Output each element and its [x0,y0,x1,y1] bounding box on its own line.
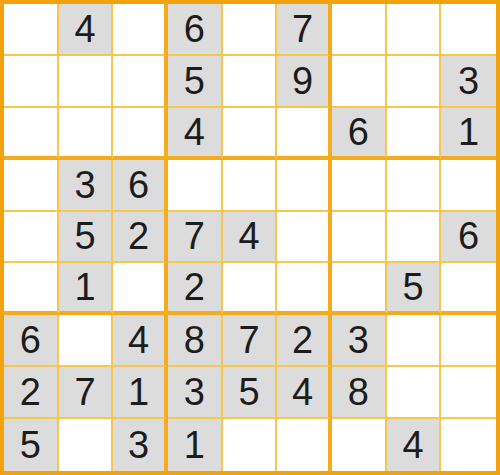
cell-r7c5: 7 [223,315,278,367]
cell-r9c9[interactable] [441,419,496,471]
cell-r1c9[interactable] [441,4,496,56]
cell-r3c9: 1 [441,108,496,160]
cell-r8c7: 8 [332,367,387,419]
cell-r3c8[interactable] [387,108,442,160]
cell-r8c5: 5 [223,367,278,419]
cell-r9c1: 5 [4,419,59,471]
cell-r5c2: 5 [59,212,114,264]
cell-r2c4: 5 [168,56,223,108]
cell-r4c7[interactable] [332,160,387,212]
cell-r6c9[interactable] [441,263,496,315]
cell-r2c1[interactable] [4,56,59,108]
cell-r8c6: 4 [277,367,332,419]
cell-r6c1[interactable] [4,263,59,315]
cell-r8c4: 3 [168,367,223,419]
cell-r4c8[interactable] [387,160,442,212]
cell-r9c3: 3 [113,419,168,471]
cell-r3c4: 4 [168,108,223,160]
cell-r7c6: 2 [277,315,332,367]
cell-r3c6[interactable] [277,108,332,160]
cell-r8c8[interactable] [387,367,442,419]
cell-r2c8[interactable] [387,56,442,108]
cell-r9c2[interactable] [59,419,114,471]
cell-r6c5[interactable] [223,263,278,315]
cell-r4c9[interactable] [441,160,496,212]
cell-r5c7[interactable] [332,212,387,264]
cell-r6c3[interactable] [113,263,168,315]
cell-r7c7: 3 [332,315,387,367]
cell-r1c2: 4 [59,4,114,56]
cell-r5c1[interactable] [4,212,59,264]
cell-r3c2[interactable] [59,108,114,160]
cell-r5c4: 7 [168,212,223,264]
cell-r5c6[interactable] [277,212,332,264]
cell-r4c6[interactable] [277,160,332,212]
cell-r1c4: 6 [168,4,223,56]
cell-r8c1: 2 [4,367,59,419]
cell-r4c5[interactable] [223,160,278,212]
cell-r5c5: 4 [223,212,278,264]
cell-r4c4[interactable] [168,160,223,212]
cell-r9c5[interactable] [223,419,278,471]
cell-r9c6[interactable] [277,419,332,471]
cell-r3c1[interactable] [4,108,59,160]
cell-r5c9: 6 [441,212,496,264]
cell-r4c2: 3 [59,160,114,212]
cell-r9c8: 4 [387,419,442,471]
sudoku-board: 467593461365274612564872327135485314 [0,0,500,475]
cell-r6c8: 5 [387,263,442,315]
cell-r9c7[interactable] [332,419,387,471]
cell-r1c1[interactable] [4,4,59,56]
cell-r3c7: 6 [332,108,387,160]
cell-r6c6[interactable] [277,263,332,315]
cell-r2c3[interactable] [113,56,168,108]
cell-r1c8[interactable] [387,4,442,56]
cell-r7c8[interactable] [387,315,442,367]
cell-r7c4: 8 [168,315,223,367]
cell-r5c8[interactable] [387,212,442,264]
cell-r4c1[interactable] [4,160,59,212]
cell-r4c3: 6 [113,160,168,212]
cell-r7c9[interactable] [441,315,496,367]
cell-r7c1: 6 [4,315,59,367]
cell-r6c2: 1 [59,263,114,315]
cell-r8c2: 7 [59,367,114,419]
cell-r8c9[interactable] [441,367,496,419]
cell-r1c7[interactable] [332,4,387,56]
cell-r3c5[interactable] [223,108,278,160]
cell-r2c6: 9 [277,56,332,108]
cell-r6c7[interactable] [332,263,387,315]
cell-r1c5[interactable] [223,4,278,56]
cell-r2c2[interactable] [59,56,114,108]
cell-r1c6: 7 [277,4,332,56]
cell-r1c3[interactable] [113,4,168,56]
cell-r7c2[interactable] [59,315,114,367]
cell-r8c3: 1 [113,367,168,419]
cell-r6c4: 2 [168,263,223,315]
cell-r2c7[interactable] [332,56,387,108]
cell-r2c5[interactable] [223,56,278,108]
cell-r5c3: 2 [113,212,168,264]
cell-r7c3: 4 [113,315,168,367]
cell-r2c9: 3 [441,56,496,108]
cell-r3c3[interactable] [113,108,168,160]
cell-r9c4: 1 [168,419,223,471]
